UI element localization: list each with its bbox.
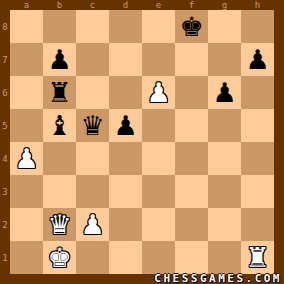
square-h7[interactable]: ♟ xyxy=(241,43,274,76)
square-f1[interactable] xyxy=(175,241,208,274)
rank-label-7: 7 xyxy=(0,43,10,76)
black-pawn-g6[interactable]: ♟ xyxy=(212,76,236,109)
square-b8[interactable] xyxy=(43,10,76,43)
square-d1[interactable] xyxy=(109,241,142,274)
file-label-f: f xyxy=(175,0,208,10)
square-h2[interactable] xyxy=(241,208,274,241)
square-e7[interactable] xyxy=(142,43,175,76)
square-f5[interactable] xyxy=(175,109,208,142)
square-h1[interactable]: ♜ xyxy=(241,241,274,274)
square-b1[interactable]: ♚ xyxy=(43,241,76,274)
square-b4[interactable] xyxy=(43,142,76,175)
file-label-c: c xyxy=(76,0,109,10)
rank-label-1: 1 xyxy=(0,241,10,274)
file-label-g: g xyxy=(208,0,241,10)
square-b7[interactable]: ♟ xyxy=(43,43,76,76)
square-c4[interactable] xyxy=(76,142,109,175)
square-g2[interactable] xyxy=(208,208,241,241)
square-h3[interactable] xyxy=(241,175,274,208)
square-g7[interactable] xyxy=(208,43,241,76)
file-label-a: a xyxy=(10,0,43,10)
square-b2[interactable]: ♛ xyxy=(43,208,76,241)
square-f6[interactable] xyxy=(175,76,208,109)
rank-label-3: 3 xyxy=(0,175,10,208)
square-d6[interactable] xyxy=(109,76,142,109)
square-e2[interactable] xyxy=(142,208,175,241)
square-h4[interactable] xyxy=(241,142,274,175)
black-queen-c5[interactable]: ♛ xyxy=(80,109,104,142)
square-f2[interactable] xyxy=(175,208,208,241)
white-queen-b2[interactable]: ♛ xyxy=(47,208,71,241)
square-d2[interactable] xyxy=(109,208,142,241)
square-c7[interactable] xyxy=(76,43,109,76)
square-b6[interactable]: ♜ xyxy=(43,76,76,109)
square-d8[interactable] xyxy=(109,10,142,43)
black-pawn-d5[interactable]: ♟ xyxy=(113,109,137,142)
square-c1[interactable] xyxy=(76,241,109,274)
square-c2[interactable]: ♟ xyxy=(76,208,109,241)
square-g3[interactable] xyxy=(208,175,241,208)
rank-label-6: 6 xyxy=(0,76,10,109)
square-c8[interactable] xyxy=(76,10,109,43)
black-rook-b6[interactable]: ♜ xyxy=(47,76,71,109)
square-g4[interactable] xyxy=(208,142,241,175)
square-d4[interactable] xyxy=(109,142,142,175)
rank-label-5: 5 xyxy=(0,109,10,142)
file-label-h: h xyxy=(241,0,274,10)
square-c5[interactable]: ♛ xyxy=(76,109,109,142)
white-pawn-e6[interactable]: ♟ xyxy=(146,76,170,109)
square-h8[interactable] xyxy=(241,10,274,43)
rank-label-2: 2 xyxy=(0,208,10,241)
square-c6[interactable] xyxy=(76,76,109,109)
square-a7[interactable] xyxy=(10,43,43,76)
file-label-b: b xyxy=(43,0,76,10)
square-e1[interactable] xyxy=(142,241,175,274)
square-h5[interactable] xyxy=(241,109,274,142)
square-e5[interactable] xyxy=(142,109,175,142)
square-g6[interactable]: ♟ xyxy=(208,76,241,109)
black-bishop-b5[interactable]: ♝ xyxy=(47,109,71,142)
white-king-b1[interactable]: ♚ xyxy=(47,241,71,274)
rank-label-8: 8 xyxy=(0,10,10,43)
white-pawn-a4[interactable]: ♟ xyxy=(14,142,38,175)
square-d5[interactable]: ♟ xyxy=(109,109,142,142)
square-a5[interactable] xyxy=(10,109,43,142)
black-king-f8[interactable]: ♚ xyxy=(179,10,203,43)
file-label-e: e xyxy=(142,0,175,10)
chess-board-frame: abcdefgh 87654321 ♚♟♟♜♟♟♝♛♟♟♛♟♚♜ CHESSGA… xyxy=(0,0,284,284)
white-rook-h1[interactable]: ♜ xyxy=(245,241,269,274)
square-d7[interactable] xyxy=(109,43,142,76)
rank-label-4: 4 xyxy=(0,142,10,175)
square-b5[interactable]: ♝ xyxy=(43,109,76,142)
white-pawn-c2[interactable]: ♟ xyxy=(80,208,104,241)
rank-labels: 87654321 xyxy=(0,10,10,274)
square-f3[interactable] xyxy=(175,175,208,208)
square-g1[interactable] xyxy=(208,241,241,274)
square-e8[interactable] xyxy=(142,10,175,43)
file-labels: abcdefgh xyxy=(10,0,274,10)
black-pawn-h7[interactable]: ♟ xyxy=(245,43,269,76)
square-g8[interactable] xyxy=(208,10,241,43)
square-a6[interactable] xyxy=(10,76,43,109)
square-f7[interactable] xyxy=(175,43,208,76)
square-e6[interactable]: ♟ xyxy=(142,76,175,109)
square-b3[interactable] xyxy=(43,175,76,208)
square-c3[interactable] xyxy=(76,175,109,208)
black-pawn-b7[interactable]: ♟ xyxy=(47,43,71,76)
square-e3[interactable] xyxy=(142,175,175,208)
square-h6[interactable] xyxy=(241,76,274,109)
square-f8[interactable]: ♚ xyxy=(175,10,208,43)
chess-board: ♚♟♟♜♟♟♝♛♟♟♛♟♚♜ xyxy=(10,10,274,274)
square-e4[interactable] xyxy=(142,142,175,175)
square-g5[interactable] xyxy=(208,109,241,142)
chessgames-watermark: CHESSGAMES.COM xyxy=(154,273,282,284)
square-f4[interactable] xyxy=(175,142,208,175)
square-d3[interactable] xyxy=(109,175,142,208)
square-a3[interactable] xyxy=(10,175,43,208)
square-a2[interactable] xyxy=(10,208,43,241)
square-a8[interactable] xyxy=(10,10,43,43)
square-a4[interactable]: ♟ xyxy=(10,142,43,175)
square-a1[interactable] xyxy=(10,241,43,274)
file-label-d: d xyxy=(109,0,142,10)
